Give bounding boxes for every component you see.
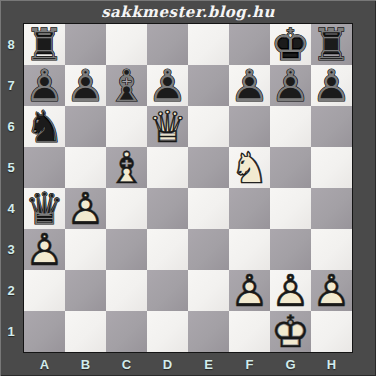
square-e3[interactable] xyxy=(188,229,229,270)
square-g4[interactable] xyxy=(270,188,311,229)
file-labels: ABCDEFGH xyxy=(24,353,352,376)
file-label-a: A xyxy=(24,353,65,376)
square-h3[interactable] xyxy=(311,229,352,270)
square-b4[interactable]: ♟♙ xyxy=(65,188,106,229)
square-e7[interactable] xyxy=(188,65,229,106)
piece-glyph-outline: ♙ xyxy=(229,65,270,106)
square-c6[interactable] xyxy=(106,106,147,147)
piece-glyph-outline: ♙ xyxy=(270,65,311,106)
file-label-c: C xyxy=(106,353,147,376)
chess-board: ♜♖♚♔♜♖♟♙♟♙♝♗♟♙♟♙♟♙♟♙♞♘♛♕♝♗♞♘♛♕♟♙♟♙♟♙♟♙♟♙… xyxy=(24,24,352,352)
rank-label-2: 2 xyxy=(0,270,22,311)
piece-black-pawn[interactable]: ♟♙ xyxy=(65,65,106,106)
square-d4[interactable] xyxy=(147,188,188,229)
square-c2[interactable] xyxy=(106,270,147,311)
piece-white-pawn[interactable]: ♟♙ xyxy=(270,270,311,311)
square-e5[interactable] xyxy=(188,147,229,188)
square-d2[interactable] xyxy=(147,270,188,311)
rank-label-8: 8 xyxy=(0,24,22,65)
square-f2[interactable]: ♟♙ xyxy=(229,270,270,311)
piece-glyph-outline: ♕ xyxy=(24,188,65,229)
square-c1[interactable] xyxy=(106,311,147,352)
square-a1[interactable] xyxy=(24,311,65,352)
square-d3[interactable] xyxy=(147,229,188,270)
square-f4[interactable] xyxy=(229,188,270,229)
square-g2[interactable]: ♟♙ xyxy=(270,270,311,311)
square-a2[interactable] xyxy=(24,270,65,311)
square-b7[interactable]: ♟♙ xyxy=(65,65,106,106)
piece-glyph-outline: ♙ xyxy=(229,270,270,311)
piece-white-king[interactable]: ♚♔ xyxy=(270,311,311,352)
square-f5[interactable]: ♞♘ xyxy=(229,147,270,188)
rank-label-3: 3 xyxy=(0,229,22,270)
square-g7[interactable]: ♟♙ xyxy=(270,65,311,106)
rank-label-1: 1 xyxy=(0,311,22,352)
piece-glyph-outline: ♕ xyxy=(147,106,188,147)
square-h8[interactable]: ♜♖ xyxy=(311,24,352,65)
square-b1[interactable] xyxy=(65,311,106,352)
piece-black-pawn[interactable]: ♟♙ xyxy=(270,65,311,106)
piece-glyph-outline: ♙ xyxy=(65,188,106,229)
square-f6[interactable] xyxy=(229,106,270,147)
piece-glyph-outline: ♙ xyxy=(311,65,352,106)
piece-white-knight[interactable]: ♞♘ xyxy=(229,147,270,188)
square-e4[interactable] xyxy=(188,188,229,229)
rank-label-6: 6 xyxy=(0,106,22,147)
square-c4[interactable] xyxy=(106,188,147,229)
square-d8[interactable] xyxy=(147,24,188,65)
rank-label-4: 4 xyxy=(0,188,22,229)
piece-black-king[interactable]: ♚♔ xyxy=(270,24,311,65)
file-label-h: H xyxy=(311,353,352,376)
piece-black-bishop[interactable]: ♝♗ xyxy=(106,65,147,106)
piece-glyph-outline: ♖ xyxy=(24,24,65,65)
square-h4[interactable] xyxy=(311,188,352,229)
piece-black-rook[interactable]: ♜♖ xyxy=(24,24,65,65)
square-b3[interactable] xyxy=(65,229,106,270)
file-label-e: E xyxy=(188,353,229,376)
square-a5[interactable] xyxy=(24,147,65,188)
piece-black-rook[interactable]: ♜♖ xyxy=(311,24,352,65)
piece-glyph-outline: ♘ xyxy=(24,106,65,147)
square-g8[interactable]: ♚♔ xyxy=(270,24,311,65)
square-e1[interactable] xyxy=(188,311,229,352)
square-h2[interactable]: ♟♙ xyxy=(311,270,352,311)
piece-white-pawn[interactable]: ♟♙ xyxy=(24,229,65,270)
square-a8[interactable]: ♜♖ xyxy=(24,24,65,65)
square-d6[interactable]: ♛♕ xyxy=(147,106,188,147)
square-e8[interactable] xyxy=(188,24,229,65)
square-a4[interactable]: ♛♕ xyxy=(24,188,65,229)
piece-glyph-outline: ♗ xyxy=(106,65,147,106)
piece-glyph-outline: ♔ xyxy=(270,24,311,65)
piece-black-pawn[interactable]: ♟♙ xyxy=(229,65,270,106)
board-wrap: ♜♖♚♔♜♖♟♙♟♙♝♗♟♙♟♙♟♙♟♙♞♘♛♕♝♗♞♘♛♕♟♙♟♙♟♙♟♙♟♙… xyxy=(23,23,353,353)
piece-black-knight[interactable]: ♞♘ xyxy=(24,106,65,147)
square-d7[interactable]: ♟♙ xyxy=(147,65,188,106)
file-label-b: B xyxy=(65,353,106,376)
piece-glyph-outline: ♔ xyxy=(270,311,311,352)
square-f1[interactable] xyxy=(229,311,270,352)
square-d5[interactable] xyxy=(147,147,188,188)
piece-black-pawn[interactable]: ♟♙ xyxy=(147,65,188,106)
piece-white-pawn[interactable]: ♟♙ xyxy=(229,270,270,311)
piece-white-pawn[interactable]: ♟♙ xyxy=(65,188,106,229)
square-e6[interactable] xyxy=(188,106,229,147)
rank-labels: 87654321 xyxy=(0,24,22,352)
piece-glyph-outline: ♗ xyxy=(106,147,147,188)
piece-white-pawn[interactable]: ♟♙ xyxy=(311,270,352,311)
piece-black-pawn[interactable]: ♟♙ xyxy=(311,65,352,106)
square-h6[interactable] xyxy=(311,106,352,147)
square-c8[interactable] xyxy=(106,24,147,65)
square-g6[interactable] xyxy=(270,106,311,147)
square-a7[interactable]: ♟♙ xyxy=(24,65,65,106)
board-frame: sakkmester.blog.hu 87654321 ♜♖♚♔♜♖♟♙♟♙♝♗… xyxy=(0,0,376,376)
rank-label-7: 7 xyxy=(0,65,22,106)
piece-glyph-outline: ♙ xyxy=(24,65,65,106)
square-d1[interactable] xyxy=(147,311,188,352)
square-f8[interactable] xyxy=(229,24,270,65)
piece-glyph-outline: ♙ xyxy=(24,229,65,270)
square-b2[interactable] xyxy=(65,270,106,311)
square-g1[interactable]: ♚♔ xyxy=(270,311,311,352)
file-label-f: F xyxy=(229,353,270,376)
piece-glyph-outline: ♖ xyxy=(311,24,352,65)
square-c7[interactable]: ♝♗ xyxy=(106,65,147,106)
square-f3[interactable] xyxy=(229,229,270,270)
piece-glyph-outline: ♙ xyxy=(147,65,188,106)
square-b5[interactable] xyxy=(65,147,106,188)
file-label-d: D xyxy=(147,353,188,376)
square-h5[interactable] xyxy=(311,147,352,188)
square-g5[interactable] xyxy=(270,147,311,188)
piece-white-queen[interactable]: ♛♕ xyxy=(147,106,188,147)
square-e2[interactable] xyxy=(188,270,229,311)
square-f7[interactable]: ♟♙ xyxy=(229,65,270,106)
piece-glyph-outline: ♙ xyxy=(65,65,106,106)
piece-glyph-outline: ♘ xyxy=(229,147,270,188)
square-c3[interactable] xyxy=(106,229,147,270)
square-b6[interactable] xyxy=(65,106,106,147)
square-b8[interactable] xyxy=(65,24,106,65)
piece-white-bishop[interactable]: ♝♗ xyxy=(106,147,147,188)
piece-black-queen[interactable]: ♛♕ xyxy=(24,188,65,229)
square-h7[interactable]: ♟♙ xyxy=(311,65,352,106)
square-g3[interactable] xyxy=(270,229,311,270)
piece-black-pawn[interactable]: ♟♙ xyxy=(24,65,65,106)
file-label-g: G xyxy=(270,353,311,376)
piece-glyph-outline: ♙ xyxy=(270,270,311,311)
rank-label-5: 5 xyxy=(0,147,22,188)
square-a6[interactable]: ♞♘ xyxy=(24,106,65,147)
square-c5[interactable]: ♝♗ xyxy=(106,147,147,188)
square-a3[interactable]: ♟♙ xyxy=(24,229,65,270)
square-h1[interactable] xyxy=(311,311,352,352)
piece-glyph-outline: ♙ xyxy=(311,270,352,311)
